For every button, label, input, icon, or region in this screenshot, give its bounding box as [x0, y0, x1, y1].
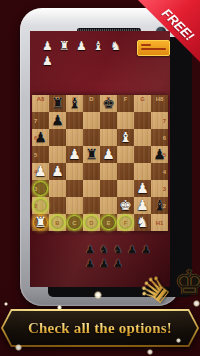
caption-banner: Check all the options!	[1, 309, 199, 347]
square-g1[interactable]: G♞	[134, 214, 151, 231]
ad-banner[interactable]	[137, 40, 170, 56]
square-e5[interactable]: ♟	[100, 146, 117, 163]
square-g4[interactable]	[134, 163, 151, 180]
square-a6[interactable]: 6♟	[32, 129, 49, 146]
black-piece-a6: ♟	[32, 129, 49, 146]
square-d6[interactable]	[83, 129, 100, 146]
coordinate-label: H1	[156, 220, 164, 226]
square-c7[interactable]	[66, 112, 83, 129]
square-e7[interactable]	[100, 112, 117, 129]
captured-black-piece: ♟	[97, 257, 111, 271]
square-c5[interactable]: ♟	[66, 146, 83, 163]
captured-white-row-2: ♟	[39, 54, 124, 69]
square-h4[interactable]: 4	[151, 163, 168, 180]
captured-white-piece: ♝	[90, 39, 107, 54]
square-h3[interactable]: 3	[151, 180, 168, 197]
square-a4[interactable]: 4♟	[32, 163, 49, 180]
square-c4[interactable]	[66, 163, 83, 180]
square-e4[interactable]	[100, 163, 117, 180]
black-piece-d5: ♜	[83, 146, 100, 163]
square-g5[interactable]	[134, 146, 151, 163]
sparkle-icon	[4, 302, 8, 306]
square-c8[interactable]: C♝	[66, 95, 83, 112]
white-piece-f2: ♚	[117, 197, 134, 214]
square-a8[interactable]: A8	[32, 95, 49, 112]
square-a5[interactable]: 5	[32, 146, 49, 163]
square-h8[interactable]: H8	[151, 95, 168, 112]
square-a7[interactable]: 7	[32, 112, 49, 129]
app-store-screenshot: ♟♜♟♝♞ ♟ A8B♜C♝DE♚FGH87♟76♟♝65♟♜♟5♟4♟♟43♟…	[0, 0, 200, 356]
banner-text: Check all the options!	[28, 320, 172, 337]
legal-move-highlight[interactable]	[67, 215, 82, 230]
square-a1[interactable]: A1♜	[32, 214, 49, 231]
captured-white-row-1: ♟♜♟♝♞	[39, 39, 124, 54]
square-g3[interactable]: ♟	[134, 180, 151, 197]
square-e8[interactable]: E♚	[100, 95, 117, 112]
square-e6[interactable]	[100, 129, 117, 146]
square-b1[interactable]: B	[49, 214, 66, 231]
white-piece-b4: ♟	[49, 163, 66, 180]
black-piece-c8: ♝	[66, 95, 83, 112]
square-b7[interactable]: ♟	[49, 112, 66, 129]
coordinate-label: D	[89, 96, 93, 102]
square-b2[interactable]	[49, 197, 66, 214]
coordinate-label: 4	[163, 169, 166, 175]
square-h2[interactable]: 2♝	[151, 197, 168, 214]
square-c6[interactable]	[66, 129, 83, 146]
captured-black-piece: ♟	[111, 257, 125, 271]
square-b4[interactable]: ♟	[49, 163, 66, 180]
white-piece-c5: ♟	[66, 146, 83, 163]
black-piece-b8: ♜	[49, 95, 66, 112]
gold-queen-statue-icon: ♛	[130, 266, 180, 315]
captured-black-piece: ♞	[97, 243, 111, 257]
square-a3[interactable]: 3	[32, 180, 49, 197]
captured-white-piece: ♜	[56, 39, 73, 54]
captured-white-piece: ♟	[73, 39, 90, 54]
coordinate-label: G	[140, 96, 145, 102]
square-c1[interactable]: C	[66, 214, 83, 231]
black-piece-h2: ♝	[151, 197, 168, 214]
coordinate-label: 5	[34, 152, 37, 158]
square-d3[interactable]	[83, 180, 100, 197]
captured-black-piece: ♟	[83, 257, 97, 271]
square-f6[interactable]: ♝	[117, 129, 134, 146]
square-d8[interactable]: D	[83, 95, 100, 112]
coordinate-label: H8	[156, 96, 164, 102]
square-f2[interactable]: ♚	[117, 197, 134, 214]
legal-move-highlight[interactable]	[118, 215, 133, 230]
banner-inner: Check all the options!	[3, 311, 197, 345]
coordinate-label: A8	[37, 96, 45, 102]
square-b8[interactable]: B♜	[49, 95, 66, 112]
coordinate-label: 6	[163, 135, 166, 141]
square-f7[interactable]	[117, 112, 134, 129]
white-piece-g2: ♟	[134, 197, 151, 214]
black-king-statue-icon: ♚	[174, 262, 200, 302]
square-e1[interactable]: E	[100, 214, 117, 231]
square-h6[interactable]: 6	[151, 129, 168, 146]
captured-black-piece: ♟	[139, 243, 153, 257]
white-piece-a4: ♟	[32, 163, 49, 180]
square-e3[interactable]	[100, 180, 117, 197]
coordinate-label: F	[124, 96, 128, 102]
square-d7[interactable]	[83, 112, 100, 129]
sparkle-icon	[147, 349, 153, 355]
square-f8[interactable]: F	[117, 95, 134, 112]
square-c2[interactable]	[66, 197, 83, 214]
square-h5[interactable]: 5♟	[151, 146, 168, 163]
square-d4[interactable]	[83, 163, 100, 180]
white-piece-f6: ♝	[117, 129, 134, 146]
square-g2[interactable]: ♟	[134, 197, 151, 214]
black-piece-b7: ♟	[49, 112, 66, 129]
legal-move-highlight[interactable]	[84, 215, 99, 230]
captured-white-pieces-tray: ♟♜♟♝♞ ♟	[39, 39, 124, 69]
app-screen: ♟♜♟♝♞ ♟ A8B♜C♝DE♚FGH87♟76♟♝65♟♜♟5♟4♟♟43♟…	[30, 31, 170, 287]
captured-black-row-1: ♟♞♞♟♟	[83, 243, 153, 257]
square-b6[interactable]	[49, 129, 66, 146]
white-piece-a1: ♜	[32, 214, 49, 231]
captured-white-piece: ♞	[107, 39, 124, 54]
coordinate-label: 7	[34, 118, 37, 124]
square-b3[interactable]	[49, 180, 66, 197]
captured-white-piece: ♟	[39, 39, 56, 54]
legal-move-highlight[interactable]	[50, 215, 65, 230]
captured-black-piece: ♞	[111, 243, 125, 257]
square-g6[interactable]	[134, 129, 151, 146]
square-g8[interactable]: G	[134, 95, 151, 112]
coordinate-label: 3	[163, 186, 166, 192]
square-b5[interactable]	[49, 146, 66, 163]
black-piece-e8: ♚	[100, 95, 117, 112]
ad-text-line	[141, 48, 166, 50]
captured-black-piece: ♟	[83, 243, 97, 257]
square-h1[interactable]: H1	[151, 214, 168, 231]
coordinate-label: 7	[163, 118, 166, 124]
square-d2[interactable]	[83, 197, 100, 214]
captured-black-piece: ♟	[125, 243, 139, 257]
square-d1[interactable]: D	[83, 214, 100, 231]
square-h7[interactable]: 7	[151, 112, 168, 129]
legal-move-highlight[interactable]	[33, 181, 48, 196]
square-g7[interactable]	[134, 112, 151, 129]
captured-white-piece: ♟	[39, 54, 56, 69]
ad-text-line	[141, 44, 151, 46]
square-a2[interactable]: 2	[32, 197, 49, 214]
black-piece-h5: ♟	[151, 146, 168, 163]
square-e2[interactable]	[100, 197, 117, 214]
white-piece-g1: ♞	[134, 214, 151, 231]
legal-move-highlight[interactable]	[33, 198, 48, 213]
white-piece-g3: ♟	[134, 180, 151, 197]
legal-move-highlight[interactable]	[101, 215, 116, 230]
square-c3[interactable]	[66, 180, 83, 197]
white-piece-e5: ♟	[100, 146, 117, 163]
square-f4[interactable]	[117, 163, 134, 180]
square-d5[interactable]: ♜	[83, 146, 100, 163]
square-f3[interactable]	[117, 180, 134, 197]
square-f5[interactable]	[117, 146, 134, 163]
chess-board: A8B♜C♝DE♚FGH87♟76♟♝65♟♜♟5♟4♟♟43♟32♚♟2♝A1…	[32, 95, 168, 231]
square-f1[interactable]: F	[117, 214, 134, 231]
